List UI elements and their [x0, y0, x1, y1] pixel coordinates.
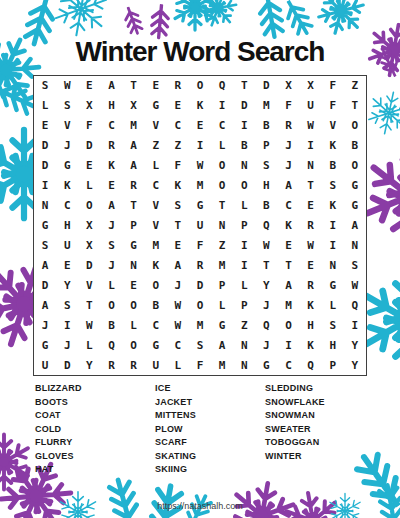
grid-cell[interactable]: D [189, 275, 211, 295]
footer-url: https://natashalh.com [0, 501, 400, 511]
grid-cell[interactable]: X [78, 216, 100, 236]
grid-cell[interactable]: A [123, 156, 145, 176]
grid-cell[interactable]: M [277, 295, 299, 315]
grid-cell[interactable]: W [167, 315, 189, 335]
grid-cell[interactable]: C [56, 196, 78, 216]
grid-cell[interactable]: O [189, 295, 211, 315]
grid-cell[interactable]: Q [255, 216, 277, 236]
page-title: Winter Word Search [0, 36, 400, 68]
grid-cell[interactable]: M [211, 255, 233, 275]
grid-cell[interactable]: T [300, 176, 322, 196]
grid-cell[interactable]: K [189, 96, 211, 116]
grid-cell[interactable]: Q [344, 295, 366, 315]
grid-cell[interactable]: W [300, 235, 322, 255]
branch-icon [364, 478, 400, 518]
grid-cell[interactable]: Y [56, 275, 78, 295]
grid-cell[interactable]: I [322, 216, 344, 236]
grid-cell[interactable]: L [322, 295, 344, 315]
grid-cell[interactable]: Q [255, 315, 277, 335]
grid-cell[interactable]: S [189, 335, 211, 355]
grid-cell[interactable]: E [300, 255, 322, 275]
grid-cell[interactable]: K [322, 196, 344, 216]
grid-cell[interactable]: G [34, 216, 56, 236]
grid-cell[interactable]: R [167, 76, 189, 96]
grid-cell[interactable]: X [300, 76, 322, 96]
word-list-item: JACKET [155, 396, 196, 410]
grid-cell[interactable]: S [322, 315, 344, 335]
grid-cell[interactable]: O [78, 196, 100, 216]
grid-cell[interactable]: T [167, 216, 189, 236]
grid-cell[interactable]: I [300, 136, 322, 156]
grid-cell[interactable]: G [255, 355, 277, 375]
grid-cell[interactable]: M [211, 355, 233, 375]
grid-cell[interactable]: V [145, 116, 167, 136]
grid-cell[interactable]: N [300, 156, 322, 176]
grid-cell[interactable]: S [255, 156, 277, 176]
grid-cell[interactable]: F [322, 76, 344, 96]
grid-cell[interactable]: P [233, 295, 255, 315]
grid-cell[interactable]: K [277, 216, 299, 236]
grid-cell[interactable]: N [211, 216, 233, 236]
grid-cell[interactable]: G [145, 335, 167, 355]
grid-cell[interactable]: O [145, 275, 167, 295]
grid-cell[interactable]: K [56, 176, 78, 196]
word-list-item: SCARF [155, 436, 196, 450]
grid-cell[interactable]: J [255, 295, 277, 315]
grid-cell[interactable]: Q [100, 335, 122, 355]
grid-cell[interactable]: E [78, 156, 100, 176]
grid-cell[interactable]: S [167, 196, 189, 216]
grid-cell[interactable]: N [233, 335, 255, 355]
grid-cell[interactable]: R [277, 116, 299, 136]
grid-cell[interactable]: F [167, 156, 189, 176]
grid-cell[interactable]: L [233, 196, 255, 216]
grid-cell[interactable]: T [123, 196, 145, 216]
grid-cell[interactable]: I [344, 315, 366, 335]
grid-cell[interactable]: O [233, 176, 255, 196]
grid-cell[interactable]: O [189, 76, 211, 96]
grid-cell[interactable]: S [34, 76, 56, 96]
grid-cell[interactable]: L [100, 275, 122, 295]
worksheet-page: Winter Word Search SWEATEROQTDXXFZLSXHXG… [0, 0, 400, 518]
grid-cell[interactable]: V [78, 275, 100, 295]
grid-cell[interactable]: G [322, 275, 344, 295]
grid-cell[interactable]: C [145, 176, 167, 196]
grid-cell[interactable]: J [255, 335, 277, 355]
grid-cell[interactable]: Y [344, 355, 366, 375]
grid-cell[interactable]: A [167, 255, 189, 275]
grid-cell[interactable]: I [233, 235, 255, 255]
word-list-item: PLOW [155, 423, 196, 437]
grid-cell[interactable]: J [34, 315, 56, 335]
grid-cell[interactable]: S [56, 295, 78, 315]
word-list-item: MITTENS [155, 409, 196, 423]
grid-cell[interactable]: S [56, 96, 78, 116]
grid-cell[interactable]: L [78, 176, 100, 196]
grid-cell[interactable]: L [78, 335, 100, 355]
word-list-item: SNOWMAN [265, 409, 325, 423]
grid-cell[interactable]: N [233, 355, 255, 375]
grid-cell[interactable]: W [56, 76, 78, 96]
grid-cell[interactable]: R [100, 355, 122, 375]
grid-cell[interactable]: D [255, 76, 277, 96]
grid-cell[interactable]: T [344, 96, 366, 116]
grid-cell[interactable]: T [78, 295, 100, 315]
grid-cell[interactable]: O [344, 156, 366, 176]
grid-cell[interactable]: O [100, 295, 122, 315]
grid-cell[interactable]: B [145, 295, 167, 315]
grid-cell[interactable]: D [56, 355, 78, 375]
grid-cell[interactable]: A [100, 196, 122, 216]
word-list-item: COAT [35, 409, 82, 423]
grid-cell[interactable]: B [255, 196, 277, 216]
grid-cell[interactable]: K [322, 136, 344, 156]
grid-cell[interactable]: K [100, 156, 122, 176]
grid-cell[interactable]: J [100, 216, 122, 236]
snowflake-icon [192, 0, 243, 34]
grid-cell[interactable]: Z [145, 136, 167, 156]
grid-cell[interactable]: A [34, 295, 56, 315]
grid-cell[interactable]: R [189, 255, 211, 275]
grid-cell[interactable]: N [34, 196, 56, 216]
grid-cell[interactable]: C [100, 116, 122, 136]
grid-cell[interactable]: L [211, 136, 233, 156]
grid-cell[interactable]: K [300, 295, 322, 315]
grid-cell[interactable]: G [189, 196, 211, 216]
word-list-column-3: SLEDDINGSNOWFLAKESNOWMANSWEATERTOBOGGANW… [265, 382, 325, 463]
grid-cell[interactable]: M [255, 96, 277, 116]
grid-cell[interactable]: U [189, 216, 211, 236]
grid-cell[interactable]: V [322, 116, 344, 136]
grid-cell[interactable]: M [145, 235, 167, 255]
grid-cell[interactable]: V [145, 196, 167, 216]
grid-cell[interactable]: C [211, 116, 233, 136]
grid-cell[interactable]: I [34, 176, 56, 196]
grid-cell[interactable]: L [145, 156, 167, 176]
grid-cell[interactable]: E [145, 76, 167, 96]
grid-cell[interactable]: A [277, 275, 299, 295]
word-list-item: TOBOGGAN [265, 436, 325, 450]
grid-cell[interactable]: V [56, 116, 78, 136]
grid-cell[interactable]: F [189, 235, 211, 255]
grid-cell[interactable]: U [145, 355, 167, 375]
grid-cell[interactable]: G [344, 176, 366, 196]
word-list-item: ICE [155, 382, 196, 396]
grid-cell[interactable]: Y [78, 355, 100, 375]
grid-cell[interactable]: F [277, 96, 299, 116]
grid-cell[interactable]: F [189, 355, 211, 375]
grid-cell[interactable]: B [233, 136, 255, 156]
grid-cell[interactable]: Y [344, 335, 366, 355]
grid-cell[interactable]: G [56, 156, 78, 176]
grid-cell[interactable]: I [233, 255, 255, 275]
grid-cell[interactable]: O [211, 156, 233, 176]
grid-cell[interactable]: I [277, 335, 299, 355]
grid-cell[interactable]: A [100, 76, 122, 96]
grid-cell[interactable]: O [211, 176, 233, 196]
grid-cell[interactable]: C [167, 335, 189, 355]
grid-cell[interactable]: C [277, 355, 299, 375]
grid-cell[interactable]: E [277, 235, 299, 255]
grid-cell[interactable]: N [344, 235, 366, 255]
grid-cell[interactable]: D [78, 255, 100, 275]
grid-cell[interactable]: H [100, 96, 122, 116]
grid-cell[interactable]: T [123, 76, 145, 96]
grid-cell[interactable]: H [255, 176, 277, 196]
grid-cell[interactable]: R [300, 275, 322, 295]
grid-cell[interactable]: A [211, 335, 233, 355]
grid-cell[interactable]: M [189, 315, 211, 335]
word-list-item: BOOTS [35, 396, 82, 410]
grid-cell[interactable]: K [145, 255, 167, 275]
grid-cell[interactable]: E [56, 255, 78, 275]
snowflake-icon [170, 0, 220, 32]
grid-cell[interactable]: J [100, 255, 122, 275]
grid-cell[interactable]: O [123, 335, 145, 355]
grid-cell[interactable]: W [255, 235, 277, 255]
word-list-column-2: ICEJACKETMITTENSPLOWSCARFSKATINGSKIING [155, 382, 196, 477]
word-list-column-1: BLIZZARDBOOTSCOATCOLDFLURRYGLOVESHAT [35, 382, 82, 477]
grid-cell[interactable]: R [100, 136, 122, 156]
grid-cell[interactable]: A [34, 255, 56, 275]
grid-cell[interactable]: J [277, 136, 299, 156]
grid-cell[interactable]: L [123, 315, 145, 335]
grid-cell[interactable]: E [78, 76, 100, 96]
grid-cell[interactable]: W [344, 275, 366, 295]
grid-cell[interactable]: S [100, 235, 122, 255]
word-list-item: SWEATER [265, 423, 325, 437]
grid-cell[interactable]: L [167, 355, 189, 375]
word-list-item: WINTER [265, 450, 325, 464]
grid-cell[interactable]: R [300, 216, 322, 236]
snowflake-icon [362, 86, 400, 141]
grid-cell[interactable]: A [344, 216, 366, 236]
grid-cell[interactable]: I [211, 96, 233, 116]
grid-cell[interactable]: G [123, 235, 145, 255]
grid-cell[interactable]: H [322, 335, 344, 355]
grid-cell[interactable]: J [56, 335, 78, 355]
grid-cell[interactable]: J [167, 275, 189, 295]
grid-cell[interactable]: P [322, 355, 344, 375]
grid-cell[interactable]: C [145, 315, 167, 335]
grid-cell[interactable]: W [167, 295, 189, 315]
grid-cell[interactable]: L [211, 295, 233, 315]
word-list-item: SNOWFLAKE [265, 396, 325, 410]
grid-cell[interactable]: T [255, 255, 277, 275]
grid-cell[interactable]: P [123, 216, 145, 236]
grid-cell[interactable]: P [211, 275, 233, 295]
grid-cell[interactable]: S [344, 255, 366, 275]
grid-cell[interactable]: M [189, 176, 211, 196]
grid-cell[interactable]: E [123, 275, 145, 295]
grid-cell[interactable]: D [34, 156, 56, 176]
grid-cell[interactable]: P [233, 216, 255, 236]
grid-cell[interactable]: V [145, 216, 167, 236]
grid-cell[interactable]: D [34, 136, 56, 156]
grid-cell[interactable]: Q [211, 76, 233, 96]
word-list-item: FLURRY [35, 436, 82, 450]
word-list-item: BLIZZARD [35, 382, 82, 396]
word-list-item: SKIING [155, 463, 196, 477]
grid-cell[interactable]: R [123, 355, 145, 375]
grid-cell[interactable]: F [322, 96, 344, 116]
grid-cell[interactable]: F [78, 116, 100, 136]
grid-cell[interactable]: G [344, 196, 366, 216]
word-list-item: GLOVES [35, 450, 82, 464]
grid-cell[interactable]: Z [211, 235, 233, 255]
grid-cell[interactable]: E [189, 116, 211, 136]
snowflake-icon [220, 474, 303, 518]
word-search-grid: SWEATEROQTDXXFZLSXHXGEKIDMFUFTEVFCMVCECI… [33, 75, 367, 376]
grid-cell[interactable]: K [300, 335, 322, 355]
grid-cell[interactable]: N [322, 255, 344, 275]
grid-cell[interactable]: W [78, 315, 100, 335]
grid-cell[interactable]: O [123, 295, 145, 315]
grid-cell[interactable]: I [322, 235, 344, 255]
word-list-item: HAT [35, 463, 82, 477]
grid-cell[interactable]: C [167, 116, 189, 136]
grid-cell[interactable]: E [100, 176, 122, 196]
grid-cell[interactable]: D [34, 275, 56, 295]
grid-cell[interactable]: G [145, 96, 167, 116]
grid-cell[interactable]: U [34, 355, 56, 375]
grid-cell[interactable]: L [34, 96, 56, 116]
grid-cell[interactable]: X [78, 96, 100, 116]
word-list-item: SLEDDING [265, 382, 325, 396]
grid-cell[interactable]: X [123, 96, 145, 116]
grid-cell[interactable]: B [255, 116, 277, 136]
grid-cell[interactable]: U [56, 235, 78, 255]
grid-cell[interactable]: N [123, 255, 145, 275]
grid-cell[interactable]: W [189, 156, 211, 176]
grid-cell[interactable]: S [34, 235, 56, 255]
grid-cell[interactable]: D [233, 96, 255, 116]
grid-cell[interactable]: Q [300, 355, 322, 375]
grid-cell[interactable]: S [322, 176, 344, 196]
grid-cell[interactable]: X [277, 76, 299, 96]
grid-cell[interactable]: I [189, 136, 211, 156]
grid-cell[interactable]: Z [233, 315, 255, 335]
word-list-item: SKATING [155, 450, 196, 464]
word-list-item: COLD [35, 423, 82, 437]
grid-cell[interactable]: H [300, 315, 322, 335]
grid-cell[interactable]: X [78, 235, 100, 255]
grid-cell[interactable]: T [233, 76, 255, 96]
grid-cell[interactable]: B [322, 156, 344, 176]
grid-cell[interactable]: M [123, 116, 145, 136]
grid-cell[interactable]: Z [344, 76, 366, 96]
grid-cell[interactable]: D [78, 136, 100, 156]
grid-cell[interactable]: N [233, 156, 255, 176]
grid-cell[interactable]: A [123, 136, 145, 156]
grid-cell[interactable]: B [100, 315, 122, 335]
grid-cell[interactable]: P [255, 136, 277, 156]
grid-cell[interactable]: K [167, 176, 189, 196]
grid-cell[interactable]: B [344, 136, 366, 156]
grid-cell[interactable]: Z [167, 136, 189, 156]
word-list: BLIZZARDBOOTSCOATCOLDFLURRYGLOVESHAT ICE… [0, 382, 400, 478]
grid-cell[interactable]: E [34, 116, 56, 136]
grid-cell[interactable]: Y [255, 275, 277, 295]
grid-cell[interactable]: T [211, 196, 233, 216]
grid-cell[interactable]: A [277, 176, 299, 196]
grid-cell[interactable]: J [56, 136, 78, 156]
grid-cell[interactable]: L [233, 275, 255, 295]
grid-cell[interactable]: O [277, 315, 299, 335]
branch-icon [131, 477, 201, 518]
grid-cell[interactable]: E [300, 196, 322, 216]
grid-cell[interactable]: I [56, 315, 78, 335]
grid-cell[interactable]: W [300, 116, 322, 136]
grid-cell[interactable]: U [300, 96, 322, 116]
grid-cell[interactable]: H [56, 216, 78, 236]
grid-cell[interactable]: G [34, 335, 56, 355]
grid-cell[interactable]: G [211, 315, 233, 335]
grid-cell[interactable]: J [277, 156, 299, 176]
grid-cell[interactable]: E [167, 96, 189, 116]
branch-icon [114, 2, 152, 40]
grid-cell[interactable]: O [344, 116, 366, 136]
grid-cell[interactable]: R [123, 176, 145, 196]
grid-cell[interactable]: E [167, 235, 189, 255]
grid-cell[interactable]: C [277, 196, 299, 216]
grid-cell[interactable]: T [277, 255, 299, 275]
grid-cell[interactable]: I [233, 116, 255, 136]
